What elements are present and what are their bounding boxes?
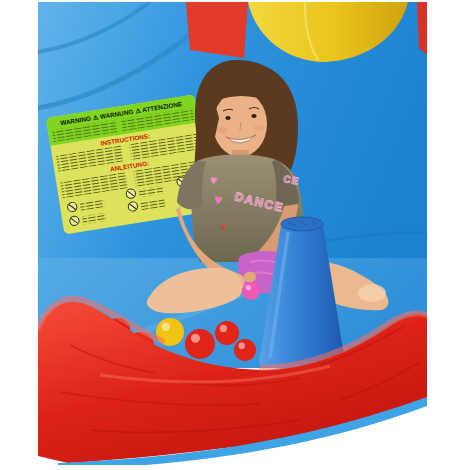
red-panel [186, 2, 248, 58]
girl-face [213, 91, 267, 157]
warning-label: WARNING ⚠ WARNUNG ⚠ ATTENZIONE INSTRUCTI… [46, 95, 213, 235]
ball-highlight [162, 322, 170, 330]
girl-eye-left [225, 116, 230, 120]
girl-eye-right [251, 114, 256, 118]
ball-highlight [246, 285, 251, 290]
bouncy-castle-photo: WARNING ⚠ WARNUNG ⚠ ATTENZIONE INSTRUCTI… [0, 0, 470, 470]
ball-highlight [220, 325, 227, 332]
girl-cheek [217, 127, 227, 134]
girl-hand [244, 272, 256, 283]
ball-highlight [238, 343, 245, 350]
pit-ball [215, 321, 239, 345]
cone-top [281, 217, 323, 231]
photo-page: WARNING ⚠ WARNUNG ⚠ ATTENZIONE INSTRUCTI… [0, 0, 470, 470]
pit-ball [185, 329, 215, 359]
girl-knee-highlight [358, 284, 386, 302]
ball-highlight [191, 334, 200, 343]
girl-cheek [254, 125, 264, 132]
pit-ball [234, 339, 256, 361]
pit-ball [242, 282, 260, 300]
